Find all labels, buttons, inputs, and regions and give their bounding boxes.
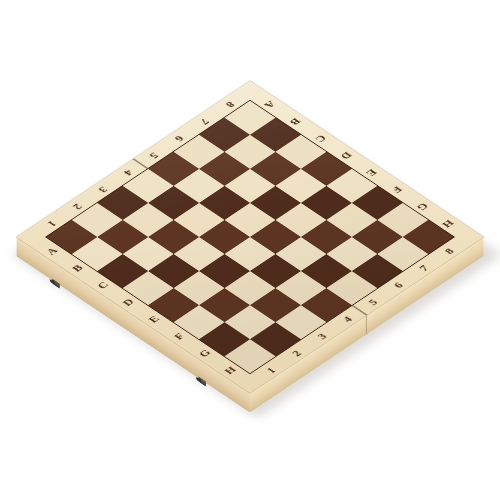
rank-label-left-6: 6 <box>172 134 186 143</box>
square-h1 <box>225 339 276 373</box>
square-h5 <box>326 271 377 305</box>
square-e3 <box>199 254 250 288</box>
fold-seam-edge <box>365 315 366 335</box>
board-grid <box>46 101 453 374</box>
square-f1 <box>174 305 225 339</box>
rank-label-left-1: 1 <box>45 219 59 228</box>
square-d3 <box>174 237 225 271</box>
square-h6 <box>352 254 403 288</box>
file-label-top-c: C <box>313 133 329 144</box>
file-label-top-a: A <box>262 99 278 110</box>
rank-label-left-8: 8 <box>223 100 237 109</box>
chessboard: ABCDEFGHABCDEFGH8765432187654321 <box>17 81 484 393</box>
square-f2 <box>199 288 250 322</box>
board-top: ABCDEFGHABCDEFGH8765432187654321 <box>17 81 484 393</box>
square-g5 <box>301 254 352 288</box>
file-label-bottom-a: A <box>44 245 60 256</box>
fold-seam-right-border <box>351 305 367 316</box>
file-label-top-d: D <box>339 150 355 161</box>
rank-label-right-8: 8 <box>441 246 455 255</box>
square-g6 <box>326 237 377 271</box>
square-d2 <box>148 254 199 288</box>
square-e1 <box>148 288 199 322</box>
square-f5 <box>275 237 326 271</box>
square-h4 <box>301 288 352 322</box>
fold-seam-left-border <box>133 158 149 169</box>
square-f3 <box>225 271 276 305</box>
rank-label-left-7: 7 <box>197 117 211 126</box>
square-g2 <box>225 305 276 339</box>
file-label-top-g: G <box>415 201 431 212</box>
rank-label-right-3: 3 <box>314 331 328 340</box>
file-label-top-h: H <box>440 218 456 229</box>
rank-label-right-5: 5 <box>365 297 379 306</box>
file-label-top-b: B <box>288 116 303 126</box>
file-label-bottom-g: G <box>196 347 212 358</box>
square-e2 <box>174 271 225 305</box>
square-c1 <box>97 254 148 288</box>
square-h2 <box>250 322 301 356</box>
square-f4 <box>250 254 301 288</box>
square-g1 <box>199 322 250 356</box>
rank-label-right-4: 4 <box>340 314 354 323</box>
rank-label-right-1: 1 <box>263 365 277 374</box>
rank-label-left-3: 3 <box>96 185 110 194</box>
square-h7 <box>377 237 428 271</box>
file-label-top-e: E <box>364 167 379 177</box>
file-label-bottom-b: B <box>69 262 84 272</box>
file-label-top-f: F <box>390 184 405 194</box>
scene: ABCDEFGHABCDEFGH8765432187654321 <box>0 0 500 500</box>
rank-label-right-2: 2 <box>289 348 303 357</box>
square-g3 <box>250 288 301 322</box>
file-label-bottom-c: C <box>95 279 111 290</box>
file-label-bottom-f: F <box>172 331 187 341</box>
square-d1 <box>123 271 174 305</box>
rank-label-left-2: 2 <box>70 202 84 211</box>
square-b1 <box>72 237 123 271</box>
square-h3 <box>275 305 326 339</box>
rank-label-left-4: 4 <box>121 168 135 177</box>
square-g4 <box>275 271 326 305</box>
rank-label-left-5: 5 <box>147 151 161 160</box>
square-e4 <box>225 237 276 271</box>
hinge-left <box>50 275 62 290</box>
file-label-bottom-e: E <box>146 313 161 323</box>
rank-label-right-6: 6 <box>391 280 405 289</box>
rank-label-right-7: 7 <box>416 263 430 272</box>
file-label-bottom-h: H <box>222 364 238 375</box>
hinge-right <box>196 373 208 388</box>
square-c2 <box>123 237 174 271</box>
file-label-bottom-d: D <box>120 296 136 307</box>
